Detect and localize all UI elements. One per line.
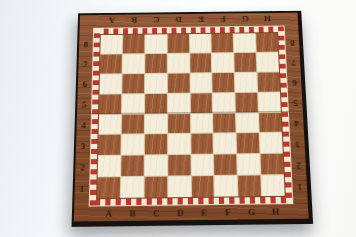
square-e6[interactable] xyxy=(190,73,212,92)
rank-label-right: 8 xyxy=(285,33,300,53)
square-h2[interactable] xyxy=(261,154,284,175)
square-a7[interactable] xyxy=(100,54,122,73)
rank-label-right: 1 xyxy=(292,176,307,198)
square-c1[interactable] xyxy=(144,177,167,198)
square-b6[interactable] xyxy=(122,74,144,93)
square-a5[interactable] xyxy=(99,94,121,114)
square-h3[interactable] xyxy=(260,133,283,153)
square-f3[interactable] xyxy=(214,134,237,154)
file-label-bottom: A xyxy=(97,207,121,221)
square-e8[interactable] xyxy=(190,34,212,53)
square-h4[interactable] xyxy=(259,112,282,132)
square-b4[interactable] xyxy=(122,114,144,134)
square-d5[interactable] xyxy=(168,93,190,113)
square-a8[interactable] xyxy=(100,35,122,54)
rank-label-left: 4 xyxy=(76,115,91,136)
rank-label-left: 1 xyxy=(74,179,89,201)
file-label-bottom: D xyxy=(168,206,192,220)
square-f4[interactable] xyxy=(213,113,235,133)
square-g6[interactable] xyxy=(235,72,257,91)
square-g1[interactable] xyxy=(238,176,261,197)
file-labels-bottom: ABCDEFGH xyxy=(97,205,288,221)
rank-label-left: 5 xyxy=(77,95,92,116)
square-b2[interactable] xyxy=(121,156,143,177)
file-label-top: D xyxy=(168,14,190,26)
square-g2[interactable] xyxy=(237,154,260,175)
board-photo-scene: ABCDEFGH ABCDEFGH 87654321 87654321 xyxy=(72,11,314,227)
square-c2[interactable] xyxy=(144,155,166,176)
square-f8[interactable] xyxy=(212,34,234,53)
square-g4[interactable] xyxy=(236,113,259,133)
square-d2[interactable] xyxy=(168,155,190,176)
square-c3[interactable] xyxy=(145,134,167,154)
rank-label-right: 6 xyxy=(287,72,302,92)
square-b8[interactable] xyxy=(123,35,144,54)
square-f2[interactable] xyxy=(214,155,237,176)
square-g7[interactable] xyxy=(234,53,256,72)
rank-label-left: 2 xyxy=(75,157,90,179)
rank-label-left: 3 xyxy=(76,136,91,157)
file-label-top: B xyxy=(123,14,145,26)
square-c4[interactable] xyxy=(145,114,167,134)
rank-label-left: 6 xyxy=(78,75,92,95)
board-grid xyxy=(96,32,286,199)
board-frame: ABCDEFGH ABCDEFGH 87654321 87654321 xyxy=(74,13,309,222)
decorative-border-ribbon xyxy=(89,26,294,207)
square-h1[interactable] xyxy=(261,175,284,196)
rank-label-left: 8 xyxy=(79,35,93,55)
square-b3[interactable] xyxy=(121,135,143,155)
square-d4[interactable] xyxy=(168,114,190,134)
square-e3[interactable] xyxy=(191,134,213,154)
square-h7[interactable] xyxy=(257,52,279,71)
square-c5[interactable] xyxy=(145,93,167,113)
file-label-bottom: B xyxy=(121,207,145,221)
square-g8[interactable] xyxy=(234,33,256,52)
square-h6[interactable] xyxy=(258,72,280,91)
square-f6[interactable] xyxy=(213,73,235,92)
square-a6[interactable] xyxy=(99,74,121,93)
rank-label-right: 7 xyxy=(286,52,301,72)
square-e5[interactable] xyxy=(190,93,212,113)
square-a3[interactable] xyxy=(98,135,120,155)
square-a4[interactable] xyxy=(99,114,121,134)
rank-label-right: 5 xyxy=(288,92,303,113)
square-e2[interactable] xyxy=(191,155,214,176)
square-h5[interactable] xyxy=(258,92,281,112)
square-c7[interactable] xyxy=(145,54,167,73)
chessboard: ABCDEFGH ABCDEFGH 87654321 87654321 xyxy=(72,11,314,227)
square-e7[interactable] xyxy=(190,53,212,72)
square-f5[interactable] xyxy=(213,93,235,113)
square-f1[interactable] xyxy=(215,176,238,197)
file-label-top: A xyxy=(101,15,123,27)
square-h8[interactable] xyxy=(256,33,278,52)
square-c8[interactable] xyxy=(145,34,166,53)
rank-label-right: 2 xyxy=(291,154,306,176)
file-label-bottom: G xyxy=(240,205,264,219)
file-label-bottom: C xyxy=(144,207,168,221)
rank-label-right: 3 xyxy=(290,133,305,154)
square-b1[interactable] xyxy=(121,177,144,198)
rank-label-right: 4 xyxy=(289,113,304,134)
file-label-top: G xyxy=(234,13,257,25)
square-b7[interactable] xyxy=(122,54,144,73)
file-label-bottom: E xyxy=(192,206,216,220)
file-label-top: H xyxy=(256,13,279,25)
file-label-top: C xyxy=(145,14,167,26)
square-f7[interactable] xyxy=(212,53,234,72)
square-a2[interactable] xyxy=(98,156,121,177)
square-g5[interactable] xyxy=(236,92,258,112)
square-c6[interactable] xyxy=(145,73,167,92)
rank-label-left: 7 xyxy=(78,55,92,75)
file-label-top: E xyxy=(190,14,212,26)
square-a1[interactable] xyxy=(97,177,120,198)
square-e4[interactable] xyxy=(190,113,212,133)
square-b5[interactable] xyxy=(122,94,144,114)
square-d3[interactable] xyxy=(168,134,190,154)
square-d8[interactable] xyxy=(167,34,188,53)
square-d7[interactable] xyxy=(167,53,189,72)
square-d1[interactable] xyxy=(168,176,191,197)
square-g3[interactable] xyxy=(237,133,260,153)
file-label-bottom: H xyxy=(263,205,287,219)
file-labels-top: ABCDEFGH xyxy=(101,13,279,27)
square-e1[interactable] xyxy=(191,176,214,197)
square-d6[interactable] xyxy=(167,73,189,92)
file-label-top: F xyxy=(212,13,234,25)
file-label-bottom: F xyxy=(216,206,240,220)
